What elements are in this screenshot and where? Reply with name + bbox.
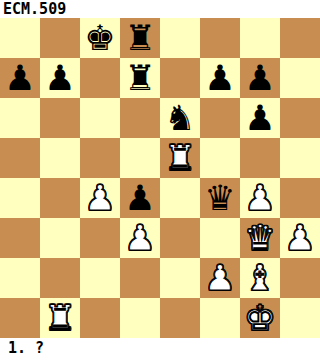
page-title: ECM.509 <box>0 0 320 18</box>
square-f3[interactable] <box>200 218 240 258</box>
square-d7[interactable]: ♜ <box>120 58 160 98</box>
piece-black-rook-d8[interactable]: ♜ <box>124 18 155 58</box>
square-f5[interactable] <box>200 138 240 178</box>
square-d6[interactable] <box>120 98 160 138</box>
square-e4[interactable] <box>160 178 200 218</box>
square-a8[interactable] <box>0 18 40 58</box>
piece-black-knight-e6[interactable]: ♞ <box>164 98 195 138</box>
piece-white-king-g1[interactable]: ♚ <box>244 298 275 338</box>
square-b1[interactable]: ♜ <box>40 298 80 338</box>
piece-black-pawn-b7[interactable]: ♟ <box>44 58 75 98</box>
square-a1[interactable] <box>0 298 40 338</box>
square-b3[interactable] <box>40 218 80 258</box>
piece-white-rook-b1[interactable]: ♜ <box>44 298 75 338</box>
square-e1[interactable] <box>160 298 200 338</box>
square-f8[interactable] <box>200 18 240 58</box>
square-h4[interactable] <box>280 178 320 218</box>
piece-black-pawn-g7[interactable]: ♟ <box>244 58 275 98</box>
piece-black-pawn-g6[interactable]: ♟ <box>244 98 275 138</box>
square-a6[interactable] <box>0 98 40 138</box>
square-g2[interactable]: ♝ <box>240 258 280 298</box>
square-b8[interactable] <box>40 18 80 58</box>
square-b4[interactable] <box>40 178 80 218</box>
piece-black-king-c8[interactable]: ♚ <box>84 18 115 58</box>
square-g3[interactable]: ♛ <box>240 218 280 258</box>
piece-black-pawn-d4[interactable]: ♟ <box>124 178 155 218</box>
square-d8[interactable]: ♜ <box>120 18 160 58</box>
square-d5[interactable] <box>120 138 160 178</box>
square-a5[interactable] <box>0 138 40 178</box>
square-f1[interactable] <box>200 298 240 338</box>
piece-white-pawn-d3[interactable]: ♟ <box>124 218 155 258</box>
square-a3[interactable] <box>0 218 40 258</box>
square-c7[interactable] <box>80 58 120 98</box>
square-c8[interactable]: ♚ <box>80 18 120 58</box>
square-h1[interactable] <box>280 298 320 338</box>
square-g6[interactable]: ♟ <box>240 98 280 138</box>
square-h8[interactable] <box>280 18 320 58</box>
square-d3[interactable]: ♟ <box>120 218 160 258</box>
piece-black-pawn-a7[interactable]: ♟ <box>4 58 35 98</box>
square-g8[interactable] <box>240 18 280 58</box>
square-e8[interactable] <box>160 18 200 58</box>
piece-white-bishop-g2[interactable]: ♝ <box>244 258 275 298</box>
square-e2[interactable] <box>160 258 200 298</box>
square-e3[interactable] <box>160 218 200 258</box>
square-e7[interactable] <box>160 58 200 98</box>
square-e6[interactable]: ♞ <box>160 98 200 138</box>
square-a2[interactable] <box>0 258 40 298</box>
square-c3[interactable] <box>80 218 120 258</box>
square-f4[interactable]: ♛ <box>200 178 240 218</box>
piece-white-rook-e5[interactable]: ♜ <box>164 138 195 178</box>
square-f7[interactable]: ♟ <box>200 58 240 98</box>
piece-black-pawn-f7[interactable]: ♟ <box>204 58 235 98</box>
square-h5[interactable] <box>280 138 320 178</box>
square-c6[interactable] <box>80 98 120 138</box>
square-g4[interactable]: ♟ <box>240 178 280 218</box>
square-f2[interactable]: ♟ <box>200 258 240 298</box>
chess-app-window: ECM.509 ♚♜♟♟♜♟♟♞♟♜♟♟♛♟♟♛♟♟♝♜♚ 1. ? <box>0 0 320 360</box>
piece-white-pawn-c4[interactable]: ♟ <box>84 178 115 218</box>
square-c1[interactable] <box>80 298 120 338</box>
square-g5[interactable] <box>240 138 280 178</box>
square-h7[interactable] <box>280 58 320 98</box>
square-a7[interactable]: ♟ <box>0 58 40 98</box>
square-c4[interactable]: ♟ <box>80 178 120 218</box>
piece-white-pawn-h3[interactable]: ♟ <box>284 218 315 258</box>
square-h3[interactable]: ♟ <box>280 218 320 258</box>
piece-black-rook-d7[interactable]: ♜ <box>124 58 155 98</box>
square-b6[interactable] <box>40 98 80 138</box>
square-e5[interactable]: ♜ <box>160 138 200 178</box>
square-b7[interactable]: ♟ <box>40 58 80 98</box>
square-c2[interactable] <box>80 258 120 298</box>
square-g1[interactable]: ♚ <box>240 298 280 338</box>
square-a4[interactable] <box>0 178 40 218</box>
piece-black-queen-f4[interactable]: ♛ <box>204 178 235 218</box>
square-h6[interactable] <box>280 98 320 138</box>
square-c5[interactable] <box>80 138 120 178</box>
square-d4[interactable]: ♟ <box>120 178 160 218</box>
piece-white-pawn-f2[interactable]: ♟ <box>204 258 235 298</box>
square-g7[interactable]: ♟ <box>240 58 280 98</box>
square-d1[interactable] <box>120 298 160 338</box>
square-d2[interactable] <box>120 258 160 298</box>
piece-white-queen-g3[interactable]: ♛ <box>244 218 275 258</box>
piece-white-pawn-g4[interactable]: ♟ <box>244 178 275 218</box>
square-f6[interactable] <box>200 98 240 138</box>
square-h2[interactable] <box>280 258 320 298</box>
move-prompt: 1. ? <box>0 338 320 360</box>
square-b5[interactable] <box>40 138 80 178</box>
square-b2[interactable] <box>40 258 80 298</box>
chess-board: ♚♜♟♟♜♟♟♞♟♜♟♟♛♟♟♛♟♟♝♜♚ <box>0 18 320 338</box>
